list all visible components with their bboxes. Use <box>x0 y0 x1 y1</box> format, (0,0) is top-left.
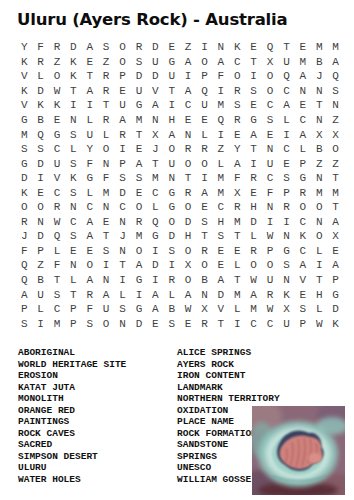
grid-cell: S <box>98 244 114 259</box>
grid-cell: S <box>131 55 147 70</box>
grid-cell: B <box>164 302 180 317</box>
grid-cell: R <box>278 200 294 215</box>
grid-cell: C <box>295 215 311 230</box>
grid-cell: E <box>196 200 212 215</box>
grid-cell: N <box>295 84 311 99</box>
grid-cell: R <box>295 185 311 200</box>
grid-cell: M <box>213 185 229 200</box>
grid-cell: O <box>262 84 278 99</box>
grid-cell: M <box>49 316 65 331</box>
grid-cell: R <box>229 200 245 215</box>
word-list-column-left: ABORIGINAL WORLD HERITAGE SITE EROSION K… <box>18 347 177 486</box>
grid-cell: S <box>131 171 147 186</box>
grid-cell: B <box>32 113 48 128</box>
grid-cell: N <box>65 200 81 215</box>
grid-cell: N <box>114 316 130 331</box>
grid-cell: R <box>245 171 261 186</box>
word-list-item: IRON CONTENT <box>177 370 280 382</box>
grid-cell: S <box>65 156 81 171</box>
grid-cell: N <box>311 113 327 128</box>
grid-cell: D <box>147 40 163 55</box>
grid-cell: R <box>98 69 114 84</box>
grid-cell: O <box>98 316 114 331</box>
grid-cell: U <box>147 55 163 70</box>
grid-cell: A <box>180 287 196 302</box>
grid-cell: G <box>164 185 180 200</box>
grid-cell: O <box>180 273 196 288</box>
grid-cell: C <box>65 215 81 230</box>
grid-cell: Z <box>98 55 114 70</box>
grid-cell: U <box>196 98 212 113</box>
grid-cell: I <box>229 316 245 331</box>
grid-cell: G <box>164 200 180 215</box>
grid-cell: A <box>213 55 229 70</box>
grid-cell: A <box>327 258 343 273</box>
word-list-item: ROCK CAVES <box>18 428 177 440</box>
grid-cell: M <box>131 229 147 244</box>
grid-cell: U <box>262 156 278 171</box>
grid-cell: R <box>180 185 196 200</box>
grid-cell: P <box>16 302 32 317</box>
grid-cell: S <box>327 84 343 99</box>
grid-cell: N <box>311 215 327 230</box>
grid-cell: E <box>180 316 196 331</box>
grid-cell: X <box>327 127 343 142</box>
grid-cell: A <box>245 127 261 142</box>
grid-cell: G <box>131 273 147 288</box>
grid-cell: R <box>49 40 65 55</box>
grid-cell: D <box>147 258 163 273</box>
grid-cell: K <box>327 316 343 331</box>
grid-cell: V <box>16 69 32 84</box>
grid-cell: T <box>114 258 130 273</box>
grid-cell: F <box>16 244 32 259</box>
grid-cell: S <box>114 302 130 317</box>
grid-cell: W <box>49 215 65 230</box>
grid-cell: U <box>164 156 180 171</box>
grid-cell: L <box>213 156 229 171</box>
letter-grid: YFRDASORDEZINKEQTEMMKRZKEZOSUGAOACTXUMBA… <box>16 40 344 331</box>
grid-cell: L <box>32 302 48 317</box>
grid-cell: K <box>278 287 294 302</box>
grid-cell: E <box>82 244 98 259</box>
grid-cell: D <box>65 40 81 55</box>
grid-cell: B <box>311 142 327 157</box>
grid-cell: A <box>16 287 32 302</box>
grid-cell: F <box>262 185 278 200</box>
grid-cell: T <box>147 156 163 171</box>
grid-cell: A <box>295 258 311 273</box>
grid-cell: K <box>16 84 32 99</box>
grid-cell: Z <box>213 142 229 157</box>
grid-cell: X <box>147 127 163 142</box>
grid-cell: F <box>82 302 98 317</box>
grid-cell: G <box>245 113 261 128</box>
grid-cell: N <box>278 273 294 288</box>
grid-cell: N <box>262 142 278 157</box>
grid-cell: T <box>98 98 114 113</box>
grid-cell: O <box>327 142 343 157</box>
word-list-item: MONOLITH <box>18 393 177 405</box>
grid-cell: C <box>180 98 196 113</box>
grid-cell: R <box>196 316 212 331</box>
grid-cell: M <box>311 40 327 55</box>
grid-cell: Q <box>262 40 278 55</box>
grid-cell: U <box>32 287 48 302</box>
grid-cell: I <box>32 171 48 186</box>
grid-cell: U <box>164 69 180 84</box>
grid-cell: I <box>213 84 229 99</box>
grid-cell: G <box>131 302 147 317</box>
grid-cell: D <box>327 302 343 317</box>
grid-cell: E <box>164 40 180 55</box>
grid-cell: V <box>213 302 229 317</box>
grid-cell: O <box>16 200 32 215</box>
grid-cell: L <box>229 302 245 317</box>
grid-cell: I <box>196 171 212 186</box>
grid-cell: G <box>327 287 343 302</box>
grid-cell: Q <box>16 273 32 288</box>
grid-cell: J <box>16 229 32 244</box>
grid-cell: A <box>131 258 147 273</box>
grid-cell: N <box>114 215 130 230</box>
grid-cell: S <box>245 84 261 99</box>
grid-cell: K <box>16 185 32 200</box>
grid-cell: A <box>82 215 98 230</box>
grid-cell: B <box>32 273 48 288</box>
grid-cell: M <box>229 215 245 230</box>
grid-cell: S <box>65 185 81 200</box>
grid-cell: E <box>147 316 163 331</box>
grid-cell: O <box>164 142 180 157</box>
grid-cell: E <box>278 156 294 171</box>
grid-cell: F <box>49 258 65 273</box>
grid-cell: E <box>196 113 212 128</box>
grid-cell: H <box>164 113 180 128</box>
grid-cell: K <box>16 55 32 70</box>
grid-cell: R <box>98 84 114 99</box>
grid-cell: L <box>164 287 180 302</box>
grid-cell: R <box>229 113 245 128</box>
grid-cell: R <box>262 287 278 302</box>
grid-cell: I <box>98 258 114 273</box>
grid-cell: S <box>164 244 180 259</box>
grid-cell: E <box>213 244 229 259</box>
grid-cell: T <box>65 287 81 302</box>
grid-cell: A <box>82 40 98 55</box>
grid-cell: G <box>16 113 32 128</box>
grid-cell: J <box>311 69 327 84</box>
grid-cell: K <box>65 69 81 84</box>
grid-cell: E <box>295 40 311 55</box>
grid-cell: M <box>147 171 163 186</box>
grid-cell: A <box>196 185 212 200</box>
grid-cell: O <box>262 69 278 84</box>
grid-cell: T <box>327 200 343 215</box>
grid-cell: N <box>196 287 212 302</box>
grid-cell: T <box>229 229 245 244</box>
grid-cell: A <box>245 287 261 302</box>
grid-cell: C <box>245 316 261 331</box>
grid-cell: C <box>82 200 98 215</box>
grid-cell: L <box>82 113 98 128</box>
grid-cell: A <box>82 273 98 288</box>
grid-cell: T <box>196 229 212 244</box>
grid-cell: W <box>49 84 65 99</box>
grid-cell: S <box>295 302 311 317</box>
grid-cell: E <box>229 127 245 142</box>
grid-cell: L <box>196 127 212 142</box>
grid-cell: I <box>245 156 261 171</box>
grid-cell: I <box>65 98 81 113</box>
grid-cell: A <box>180 55 196 70</box>
grid-cell: I <box>164 98 180 113</box>
word-list-item: PAINTINGS <box>18 416 177 428</box>
grid-cell: S <box>278 258 294 273</box>
grid-cell: U <box>278 316 294 331</box>
grid-cell: S <box>229 98 245 113</box>
grid-cell: A <box>114 113 130 128</box>
word-list-item: LANDMARK <box>177 382 280 394</box>
word-list-item: EROSION <box>18 370 177 382</box>
grid-cell: O <box>98 142 114 157</box>
grid-cell: G <box>131 98 147 113</box>
word-list-item: WATER HOLES <box>18 474 177 486</box>
grid-cell: G <box>278 244 294 259</box>
grid-cell: R <box>196 244 212 259</box>
grid-cell: C <box>229 55 245 70</box>
grid-cell: Q <box>16 258 32 273</box>
grid-cell: S <box>164 316 180 331</box>
word-list-item: ALICE SPRINGS <box>177 347 280 359</box>
grid-cell: H <box>311 287 327 302</box>
grid-cell: R <box>229 84 245 99</box>
grid-cell: I <box>164 258 180 273</box>
grid-cell: L <box>49 244 65 259</box>
grid-cell: D <box>32 84 48 99</box>
grid-cell: P <box>295 316 311 331</box>
grid-cell: Q <box>49 229 65 244</box>
grid-cell: S <box>32 142 48 157</box>
grid-cell: I <box>262 215 278 230</box>
grid-cell: R <box>98 113 114 128</box>
grid-cell: Q <box>213 113 229 128</box>
grid-cell: U <box>114 98 130 113</box>
grid-cell: O <box>131 200 147 215</box>
grid-cell: E <box>245 98 261 113</box>
grid-cell: O <box>82 258 98 273</box>
grid-cell: X <box>196 302 212 317</box>
grid-cell: V <box>147 84 163 99</box>
grid-cell: N <box>98 200 114 215</box>
grid-cell: C <box>295 113 311 128</box>
grid-cell: A <box>147 287 163 302</box>
grid-cell: U <box>82 127 98 142</box>
grid-cell: S <box>213 229 229 244</box>
grid-cell: A <box>295 69 311 84</box>
grid-cell: T <box>98 229 114 244</box>
word-list-item: KATAT JUTA <box>18 382 177 394</box>
grid-cell: K <box>49 98 65 113</box>
grid-cell: K <box>32 98 48 113</box>
grid-cell: O <box>180 200 196 215</box>
grid-cell: A <box>98 287 114 302</box>
grid-cell: N <box>32 215 48 230</box>
grid-cell: E <box>327 244 343 259</box>
grid-cell: I <box>196 40 212 55</box>
grid-cell: P <box>114 156 130 171</box>
grid-cell: E <box>295 98 311 113</box>
grid-cell: O <box>229 69 245 84</box>
grid-cell: R <box>32 55 48 70</box>
grid-cell: T <box>327 171 343 186</box>
grid-cell: O <box>311 200 327 215</box>
grid-cell: N <box>65 258 81 273</box>
grid-cell: T <box>278 40 294 55</box>
grid-cell: L <box>82 185 98 200</box>
grid-cell: Z <box>327 156 343 171</box>
grid-cell: D <box>245 215 261 230</box>
grid-cell: O <box>180 244 196 259</box>
grid-cell: F <box>82 156 98 171</box>
grid-cell: Z <box>32 258 48 273</box>
grid-cell: A <box>229 156 245 171</box>
grid-cell: R <box>196 142 212 157</box>
grid-cell: I <box>131 287 147 302</box>
grid-cell: F <box>213 69 229 84</box>
grid-cell: L <box>278 113 294 128</box>
grid-cell: G <box>16 156 32 171</box>
grid-cell: O <box>164 215 180 230</box>
grid-cell: L <box>245 229 261 244</box>
grid-cell: E <box>49 113 65 128</box>
grid-cell: D <box>180 215 196 230</box>
grid-cell: M <box>98 185 114 200</box>
grid-cell: S <box>98 40 114 55</box>
grid-cell: M <box>213 171 229 186</box>
grid-cell: J <box>114 229 130 244</box>
word-list-item: NORTHERN TERRITORY <box>177 393 280 405</box>
grid-cell: O <box>311 229 327 244</box>
grid-cell: L <box>311 302 327 317</box>
grid-cell: P <box>65 302 81 317</box>
grid-cell: C <box>262 171 278 186</box>
grid-cell: V <box>16 98 32 113</box>
grid-cell: A <box>164 127 180 142</box>
grid-cell: O <box>295 200 311 215</box>
grid-cell: N <box>311 171 327 186</box>
grid-cell: T <box>245 55 261 70</box>
grid-cell: R <box>49 200 65 215</box>
grid-cell: K <box>65 55 81 70</box>
word-list-item: ORANGE RED <box>18 405 177 417</box>
grid-cell: A <box>295 127 311 142</box>
grid-cell: E <box>213 258 229 273</box>
grid-cell: A <box>147 98 163 113</box>
grid-cell: Z <box>311 156 327 171</box>
grid-cell: I <box>82 98 98 113</box>
grid-cell: C <box>114 200 130 215</box>
grid-cell: P <box>114 69 130 84</box>
grid-cell: I <box>114 273 130 288</box>
grid-cell: C <box>278 84 294 99</box>
grid-cell: F <box>229 171 245 186</box>
grid-cell: I <box>311 258 327 273</box>
grid-cell: R <box>180 142 196 157</box>
grid-cell: M <box>229 287 245 302</box>
word-list-item: AYERS ROCK <box>177 359 280 371</box>
grid-cell: N <box>327 98 343 113</box>
grid-cell: D <box>164 229 180 244</box>
grid-cell: U <box>131 84 147 99</box>
grid-cell: X <box>262 55 278 70</box>
grid-cell: T <box>311 273 327 288</box>
grid-cell: K <box>65 171 81 186</box>
grid-cell: L <box>295 142 311 157</box>
grid-cell: S <box>49 287 65 302</box>
word-list-item: SIMPSON DESERT <box>18 451 177 463</box>
grid-cell: M <box>311 185 327 200</box>
grid-cell: L <box>147 200 163 215</box>
grid-cell: D <box>32 229 48 244</box>
grid-cell: U <box>49 156 65 171</box>
grid-cell: B <box>196 273 212 288</box>
grid-cell: T <box>229 273 245 288</box>
grid-cell: P <box>65 316 81 331</box>
word-list: ABORIGINAL WORLD HERITAGE SITE EROSION K… <box>18 347 280 486</box>
grid-cell: N <box>213 40 229 55</box>
grid-cell: R <box>245 244 261 259</box>
grid-cell: M <box>16 127 32 142</box>
grid-cell: E <box>131 185 147 200</box>
grid-cell: S <box>262 113 278 128</box>
grid-cell: D <box>147 69 163 84</box>
grid-cell: C <box>213 200 229 215</box>
grid-cell: Q <box>147 215 163 230</box>
grid-cell: N <box>311 84 327 99</box>
grid-cell: T <box>131 127 147 142</box>
grid-cell: N <box>180 127 196 142</box>
grid-cell: M <box>327 40 343 55</box>
grid-cell: G <box>295 171 311 186</box>
grid-cell: O <box>32 200 48 215</box>
grid-cell: U <box>262 273 278 288</box>
grid-cell: I <box>180 69 196 84</box>
grid-cell: H <box>213 215 229 230</box>
grid-cell: Q <box>196 84 212 99</box>
grid-cell: O <box>131 244 147 259</box>
grid-cell: U <box>278 55 294 70</box>
grid-cell: I <box>114 142 130 157</box>
grid-cell: R <box>16 215 32 230</box>
grid-cell: L <box>32 69 48 84</box>
grid-cell: C <box>278 142 294 157</box>
grid-cell: T <box>49 273 65 288</box>
grid-cell: Z <box>180 40 196 55</box>
grid-cell: E <box>229 244 245 259</box>
grid-cell: V <box>295 273 311 288</box>
grid-cell: E <box>131 142 147 157</box>
grid-cell: Y <box>229 142 245 157</box>
grid-cell: P <box>278 185 294 200</box>
grid-cell: Y <box>82 142 98 157</box>
grid-cell: I <box>213 127 229 142</box>
grid-cell: M <box>131 113 147 128</box>
grid-cell: D <box>213 287 229 302</box>
grid-cell: E <box>295 287 311 302</box>
grid-cell: O <box>114 55 130 70</box>
grid-cell: X <box>180 258 196 273</box>
